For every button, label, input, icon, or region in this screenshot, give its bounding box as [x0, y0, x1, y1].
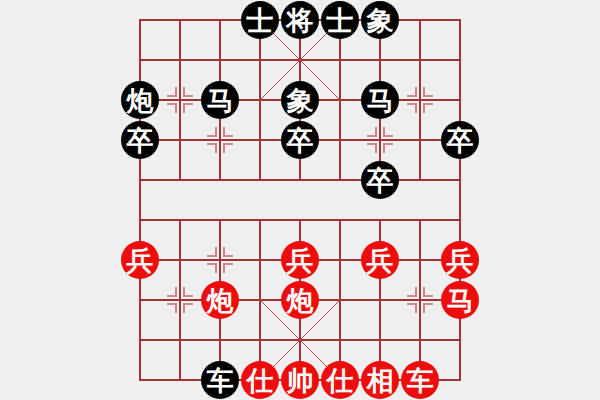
red-general[interactable]: 帅 — [281, 361, 319, 399]
red-cannon[interactable]: 炮 — [201, 281, 239, 319]
black-elephant[interactable]: 象 — [281, 81, 319, 119]
black-soldier[interactable]: 卒 — [281, 121, 319, 159]
black-horse[interactable]: 马 — [201, 81, 239, 119]
xiangqi-board: 士将士象炮马象马卒卒卒卒车兵兵兵兵炮炮马仕帅仕相车 — [0, 0, 600, 400]
red-soldier[interactable]: 兵 — [121, 241, 159, 279]
black-elephant[interactable]: 象 — [361, 1, 399, 39]
piece-layer: 士将士象炮马象马卒卒卒卒车兵兵兵兵炮炮马仕帅仕相车 — [120, 0, 480, 400]
black-horse[interactable]: 马 — [361, 81, 399, 119]
black-soldier[interactable]: 卒 — [441, 121, 479, 159]
red-chariot[interactable]: 车 — [401, 361, 439, 399]
red-horse[interactable]: 马 — [441, 281, 479, 319]
red-cannon[interactable]: 炮 — [281, 281, 319, 319]
black-advisor[interactable]: 士 — [321, 1, 359, 39]
red-advisor[interactable]: 仕 — [321, 361, 359, 399]
red-elephant[interactable]: 相 — [361, 361, 399, 399]
red-soldier[interactable]: 兵 — [361, 241, 399, 279]
black-soldier[interactable]: 卒 — [121, 121, 159, 159]
black-general[interactable]: 将 — [281, 1, 319, 39]
red-soldier[interactable]: 兵 — [281, 241, 319, 279]
red-soldier[interactable]: 兵 — [441, 241, 479, 279]
black-chariot[interactable]: 车 — [201, 361, 239, 399]
black-cannon[interactable]: 炮 — [121, 81, 159, 119]
red-advisor[interactable]: 仕 — [241, 361, 279, 399]
black-advisor[interactable]: 士 — [241, 1, 279, 39]
black-soldier[interactable]: 卒 — [361, 161, 399, 199]
